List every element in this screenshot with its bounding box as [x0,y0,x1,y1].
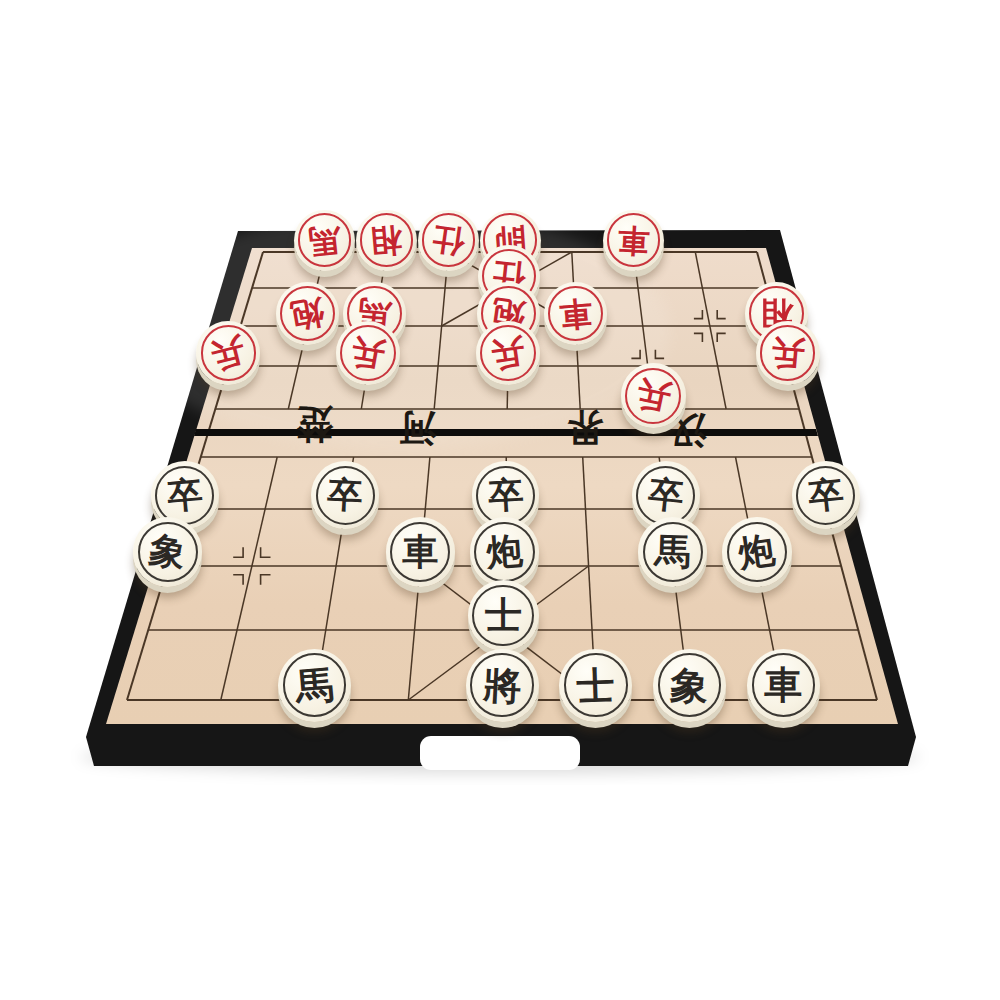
piece-character: 馬 [291,206,358,273]
piece-character: 炮 [718,513,796,591]
river-character-chu: 楚 [297,399,334,449]
piece-black-elephant[interactable]: 象 [653,649,726,722]
piece-black-advisor[interactable]: 士 [559,649,632,722]
piece-character: 車 [601,208,665,272]
piece-black-advisor[interactable]: 士 [468,580,539,651]
piece-red-chariot[interactable]: 車 [603,210,664,271]
piece-character: 炮 [467,515,541,589]
piece-red-cannon[interactable]: 炮 [276,282,339,345]
piece-red-soldier[interactable]: 兵 [476,321,540,385]
piece-character: 炮 [271,277,344,350]
piece-character: 車 [542,279,610,347]
piece-character: 卒 [310,460,381,531]
piece-character: 相 [353,207,419,273]
piece-black-soldier[interactable]: 卒 [311,461,379,529]
piece-character: 兵 [331,316,405,390]
piece-red-advisor[interactable]: 仕 [418,210,479,271]
piece-black-cannon[interactable]: 炮 [470,517,539,586]
piece-character: 士 [558,647,634,723]
piece-black-chariot[interactable]: 車 [747,649,820,722]
piece-character: 馬 [275,645,354,724]
piece-black-horse[interactable]: 馬 [638,517,707,586]
piece-character: 兵 [753,319,822,388]
piece-red-soldier[interactable]: 兵 [756,321,820,385]
piece-black-soldier[interactable]: 卒 [792,461,860,529]
piece-character: 馬 [637,516,709,588]
piece-black-horse[interactable]: 馬 [278,649,351,722]
piece-character: 兵 [614,357,691,434]
river-character-he: 河 [400,403,437,453]
piece-character: 兵 [472,317,544,389]
river-character-jie: 界 [567,402,604,452]
piece-character: 象 [651,646,729,724]
piece-character: 象 [128,512,208,592]
piece-red-chariot[interactable]: 車 [544,282,607,345]
piece-red-horse[interactable]: 馬 [294,210,355,271]
piece-red-soldier[interactable]: 兵 [196,321,260,385]
piece-black-chariot[interactable]: 車 [386,517,455,586]
piece-black-king[interactable]: 將 [466,649,539,722]
piece-red-elephant[interactable]: 相 [356,210,417,271]
piece-character: 將 [464,647,541,724]
piece-character: 仕 [414,206,483,275]
piece-character: 車 [747,649,820,722]
piece-character: 士 [468,580,539,651]
piece-character: 車 [386,517,455,586]
piece-black-cannon[interactable]: 炮 [722,517,791,586]
piece-red-soldier[interactable]: 兵 [336,321,400,385]
piece-character: 卒 [789,458,864,533]
piece-black-elephant[interactable]: 象 [133,517,202,586]
xiangqi-product-photo: 楚 河 界 汉 馬相仕帥車仕炮馬炮車相兵兵兵兵兵卒卒卒卒卒象車炮馬炮士馬將士象車 [0,0,1000,1000]
piece-red-soldier[interactable]: 兵 [621,363,686,428]
